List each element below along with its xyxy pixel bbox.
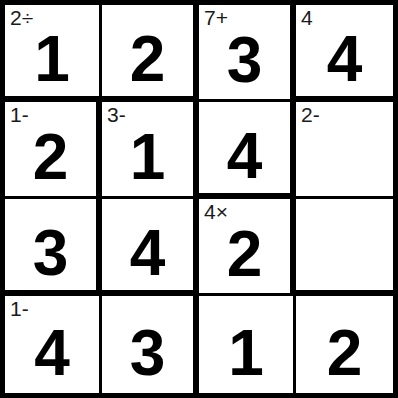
cell-r3c1[interactable]: 3 (5, 199, 102, 296)
cell-value (296, 102, 393, 196)
cell-value: 4 (102, 199, 193, 290)
cell-r2c2[interactable]: 3-1 (102, 102, 199, 199)
cell-r4c1[interactable]: 1-4 (5, 296, 102, 393)
cell-r1c2[interactable]: 2 (102, 5, 199, 102)
cell-r2c4[interactable]: 2- (296, 102, 393, 199)
cell-r1c4[interactable]: 44 (296, 5, 393, 102)
cell-r3c3[interactable]: 4×2 (199, 199, 296, 296)
cell-r1c1[interactable]: 2÷1 (5, 5, 102, 102)
cell-value: 2 (5, 102, 96, 196)
cell-value: 4 (5, 296, 99, 393)
cell-value: 3 (5, 199, 96, 290)
cell-r2c3[interactable]: 4 (199, 102, 296, 199)
cell-value: 1 (102, 102, 193, 196)
cell-r1c3[interactable]: 7+3 (199, 5, 296, 102)
cell-value: 1 (5, 5, 99, 96)
cell-value: 3 (102, 296, 193, 393)
cell-value: 1 (199, 296, 293, 393)
cell-value: 4 (199, 102, 290, 193)
kenken-board: 2÷127+3441-23-142-344×21-4312 (0, 0, 398, 398)
cell-value: 3 (199, 5, 290, 99)
cell-r4c3[interactable]: 1 (199, 296, 296, 393)
cell-value: 2 (296, 296, 393, 393)
cell-value: 2 (102, 5, 193, 96)
cell-r4c4[interactable]: 2 (296, 296, 393, 393)
cell-r3c4[interactable] (296, 199, 393, 296)
cell-value: 4 (296, 5, 393, 96)
cell-r3c2[interactable]: 4 (102, 199, 199, 296)
cell-r2c1[interactable]: 1-2 (5, 102, 102, 199)
cell-value: 2 (199, 199, 290, 293)
cell-r4c2[interactable]: 3 (102, 296, 199, 393)
cell-value (296, 199, 393, 290)
